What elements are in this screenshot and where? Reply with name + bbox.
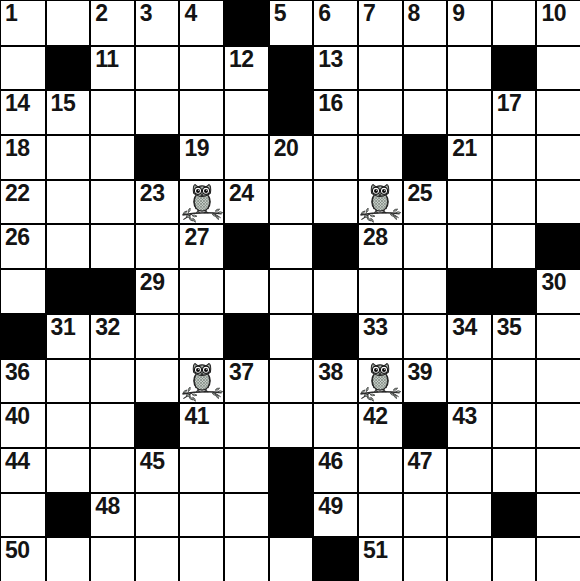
cell-r1c0[interactable] [0, 45, 45, 90]
clue-number: 44 [5, 449, 30, 474]
clue-number: 41 [184, 404, 209, 429]
block-r3c3 [134, 134, 179, 179]
cell-r12c11[interactable] [491, 536, 536, 581]
block-r0c5 [223, 0, 268, 45]
owl-on-branch-icon [181, 181, 223, 223]
cell-r4c6[interactable] [268, 179, 313, 224]
clue-number: 33 [363, 315, 388, 340]
clue-number: 21 [452, 136, 477, 161]
cell-r10c5[interactable] [223, 447, 268, 492]
cell-r7c10[interactable]: 34 [446, 313, 491, 358]
cell-r0c12[interactable]: 10 [535, 0, 580, 45]
cell-r4c2[interactable] [89, 179, 134, 224]
cell-r12c12[interactable] [535, 536, 580, 581]
clue-number: 26 [5, 225, 30, 250]
owl-cell-r8c8 [357, 358, 402, 403]
cell-r2c4[interactable] [178, 89, 223, 134]
cell-r9c10[interactable]: 43 [446, 402, 491, 447]
block-r7c0 [0, 313, 45, 358]
block-r11c11 [491, 492, 536, 537]
clue-number: 42 [363, 404, 388, 429]
cell-r2c2[interactable] [89, 89, 134, 134]
block-r11c6 [268, 492, 313, 537]
clue-number: 39 [408, 360, 433, 385]
owl-cell-r8c4 [178, 358, 223, 403]
cell-r9c0[interactable]: 40 [0, 402, 45, 447]
clue-number: 9 [452, 1, 464, 26]
cell-r3c2[interactable] [89, 134, 134, 179]
cell-r5c1[interactable] [45, 223, 90, 268]
cell-r2c11[interactable]: 17 [491, 89, 536, 134]
clue-number: 46 [318, 449, 343, 474]
clue-number: 32 [95, 315, 120, 340]
cell-r8c1[interactable] [45, 358, 90, 403]
cell-r7c8[interactable]: 33 [357, 313, 402, 358]
cell-r8c0[interactable]: 36 [0, 358, 45, 403]
cell-r8c7[interactable]: 38 [312, 358, 357, 403]
cell-r0c6[interactable]: 5 [268, 0, 313, 45]
cell-r9c11[interactable] [491, 402, 536, 447]
cell-r5c8[interactable]: 28 [357, 223, 402, 268]
cell-r8c6[interactable] [268, 358, 313, 403]
cell-r12c5[interactable] [223, 536, 268, 581]
cell-r7c12[interactable] [535, 313, 580, 358]
owl-cell-r4c4 [178, 179, 223, 224]
cell-r10c11[interactable] [491, 447, 536, 492]
cell-r6c0[interactable] [0, 268, 45, 313]
cell-r1c8[interactable] [357, 45, 402, 90]
cell-r2c0[interactable]: 14 [0, 89, 45, 134]
clue-number: 22 [5, 181, 30, 206]
clue-number: 7 [363, 1, 375, 26]
cell-r3c4[interactable]: 19 [178, 134, 223, 179]
cell-r1c4[interactable] [178, 45, 223, 90]
clue-number: 34 [452, 315, 477, 340]
clue-number: 14 [5, 91, 30, 116]
cell-r1c12[interactable] [535, 45, 580, 90]
cell-r6c3[interactable]: 29 [134, 268, 179, 313]
cell-r3c1[interactable] [45, 134, 90, 179]
cell-r0c4[interactable]: 4 [178, 0, 223, 45]
cell-r5c0[interactable]: 26 [0, 223, 45, 268]
clue-number: 31 [51, 315, 76, 340]
clue-number: 24 [229, 181, 254, 206]
clue-number: 36 [5, 360, 30, 385]
clue-number: 45 [140, 449, 165, 474]
block-r6c10 [446, 268, 491, 313]
cell-r4c7[interactable] [312, 179, 357, 224]
cell-r3c11[interactable] [491, 134, 536, 179]
crossword-grid: 1234567891011121314151617181920212223242… [0, 0, 580, 581]
cell-r11c12[interactable] [535, 492, 580, 537]
clue-number: 50 [5, 538, 30, 563]
clue-number: 10 [541, 1, 566, 26]
cell-r8c10[interactable] [446, 358, 491, 403]
clue-number: 25 [408, 181, 433, 206]
cell-r4c10[interactable] [446, 179, 491, 224]
cell-r2c8[interactable] [357, 89, 402, 134]
clue-number: 6 [318, 1, 330, 26]
clue-number: 38 [318, 360, 343, 385]
cell-r6c6[interactable] [268, 268, 313, 313]
cell-r8c3[interactable] [134, 358, 179, 403]
cell-r9c5[interactable] [223, 402, 268, 447]
clue-number: 23 [140, 181, 165, 206]
cell-r12c8[interactable]: 51 [357, 536, 402, 581]
owl-on-branch-icon [359, 360, 401, 402]
owl-on-branch-icon [359, 181, 401, 223]
clue-number: 30 [541, 270, 566, 295]
block-r6c2 [89, 268, 134, 313]
clue-number: 20 [274, 136, 299, 161]
block-r5c5 [223, 223, 268, 268]
cell-r0c0[interactable]: 1 [0, 0, 45, 45]
clue-number: 37 [229, 360, 254, 385]
cell-r7c9[interactable] [402, 313, 447, 358]
cell-r10c3[interactable]: 45 [134, 447, 179, 492]
cell-r7c3[interactable] [134, 313, 179, 358]
clue-number: 3 [140, 1, 152, 26]
cell-r1c2[interactable]: 11 [89, 45, 134, 90]
cell-r6c5[interactable] [223, 268, 268, 313]
clue-number: 18 [5, 136, 30, 161]
cell-r2c5[interactable] [223, 89, 268, 134]
block-r6c11 [491, 268, 536, 313]
cell-r12c6[interactable] [268, 536, 313, 581]
cell-r2c7[interactable]: 16 [312, 89, 357, 134]
clue-number: 48 [95, 494, 120, 519]
cell-r3c5[interactable] [223, 134, 268, 179]
cell-r12c1[interactable] [45, 536, 90, 581]
block-r9c3 [134, 402, 179, 447]
clue-number: 35 [497, 315, 522, 340]
cell-r9c1[interactable] [45, 402, 90, 447]
cell-r9c8[interactable]: 42 [357, 402, 402, 447]
block-r7c7 [312, 313, 357, 358]
clue-number: 49 [318, 494, 343, 519]
clue-number: 16 [318, 91, 343, 116]
cell-r11c2[interactable]: 48 [89, 492, 134, 537]
block-r5c7 [312, 223, 357, 268]
cell-r12c9[interactable] [402, 536, 447, 581]
cell-r3c0[interactable]: 18 [0, 134, 45, 179]
cell-r5c11[interactable] [491, 223, 536, 268]
cell-r0c1[interactable] [45, 0, 90, 45]
cell-r6c9[interactable] [402, 268, 447, 313]
cell-r10c10[interactable] [446, 447, 491, 492]
cell-r7c6[interactable] [268, 313, 313, 358]
cell-r10c8[interactable] [357, 447, 402, 492]
cell-r3c6[interactable]: 20 [268, 134, 313, 179]
cell-r11c8[interactable] [357, 492, 402, 537]
cell-r6c8[interactable] [357, 268, 402, 313]
cell-r1c5[interactable]: 12 [223, 45, 268, 90]
cell-r11c4[interactable] [178, 492, 223, 537]
block-r7c5 [223, 313, 268, 358]
clue-number: 5 [274, 1, 286, 26]
block-r1c11 [491, 45, 536, 90]
cell-r8c5[interactable]: 37 [223, 358, 268, 403]
clue-number: 51 [363, 538, 388, 563]
cell-r7c4[interactable] [178, 313, 223, 358]
cell-r8c9[interactable]: 39 [402, 358, 447, 403]
cell-r1c10[interactable] [446, 45, 491, 90]
cell-r11c0[interactable] [0, 492, 45, 537]
cell-r8c11[interactable] [491, 358, 536, 403]
cell-r5c2[interactable] [89, 223, 134, 268]
cell-r4c3[interactable]: 23 [134, 179, 179, 224]
block-r5c12 [535, 223, 580, 268]
cell-r5c3[interactable] [134, 223, 179, 268]
cell-r5c6[interactable] [268, 223, 313, 268]
block-r1c1 [45, 45, 90, 90]
cell-r9c6[interactable] [268, 402, 313, 447]
cell-r0c8[interactable]: 7 [357, 0, 402, 45]
cell-r4c11[interactable] [491, 179, 536, 224]
cell-r11c9[interactable] [402, 492, 447, 537]
cell-r6c7[interactable] [312, 268, 357, 313]
block-r3c9 [402, 134, 447, 179]
block-r10c6 [268, 447, 313, 492]
cell-r10c0[interactable]: 44 [0, 447, 45, 492]
cell-r12c10[interactable] [446, 536, 491, 581]
cell-r1c9[interactable] [402, 45, 447, 90]
clue-number: 8 [408, 1, 420, 26]
clue-number: 12 [229, 47, 254, 72]
cell-r0c2[interactable]: 2 [89, 0, 134, 45]
cell-r12c3[interactable] [134, 536, 179, 581]
clue-number: 27 [184, 225, 209, 250]
cell-r5c10[interactable] [446, 223, 491, 268]
cell-r7c2[interactable]: 32 [89, 313, 134, 358]
clue-number: 4 [184, 1, 196, 26]
cell-r4c12[interactable] [535, 179, 580, 224]
cell-r3c12[interactable] [535, 134, 580, 179]
cell-r12c0[interactable]: 50 [0, 536, 45, 581]
clue-number: 15 [51, 91, 76, 116]
cell-r2c10[interactable] [446, 89, 491, 134]
owl-cell-r4c8 [357, 179, 402, 224]
block-r12c7 [312, 536, 357, 581]
clue-number: 47 [408, 449, 433, 474]
cell-r10c12[interactable] [535, 447, 580, 492]
cell-r11c3[interactable] [134, 492, 179, 537]
cell-r8c12[interactable] [535, 358, 580, 403]
cell-r5c9[interactable] [402, 223, 447, 268]
cell-r7c1[interactable]: 31 [45, 313, 90, 358]
cell-r0c7[interactable]: 6 [312, 0, 357, 45]
cell-r0c11[interactable] [491, 0, 536, 45]
cell-r9c2[interactable] [89, 402, 134, 447]
cell-r3c10[interactable]: 21 [446, 134, 491, 179]
cell-r9c4[interactable]: 41 [178, 402, 223, 447]
cell-r10c2[interactable] [89, 447, 134, 492]
cell-r7c11[interactable]: 35 [491, 313, 536, 358]
clue-number: 43 [452, 404, 477, 429]
cell-r6c4[interactable] [178, 268, 223, 313]
cell-r8c2[interactable] [89, 358, 134, 403]
cell-r11c5[interactable] [223, 492, 268, 537]
block-r11c1 [45, 492, 90, 537]
owl-on-branch-icon [181, 360, 223, 402]
cell-r9c7[interactable] [312, 402, 357, 447]
block-r2c6 [268, 89, 313, 134]
cell-r10c1[interactable] [45, 447, 90, 492]
cell-r11c7[interactable]: 49 [312, 492, 357, 537]
clue-number: 11 [95, 47, 118, 72]
cell-r4c1[interactable] [45, 179, 90, 224]
cell-r2c9[interactable] [402, 89, 447, 134]
cell-r4c5[interactable]: 24 [223, 179, 268, 224]
block-r9c9 [402, 402, 447, 447]
cell-r5c4[interactable]: 27 [178, 223, 223, 268]
cell-r4c0[interactable]: 22 [0, 179, 45, 224]
clue-number: 29 [140, 270, 165, 295]
cell-r4c9[interactable]: 25 [402, 179, 447, 224]
cell-r0c3[interactable]: 3 [134, 0, 179, 45]
cell-r2c1[interactable]: 15 [45, 89, 90, 134]
block-r6c1 [45, 268, 90, 313]
clue-number: 40 [5, 404, 30, 429]
cell-r10c9[interactable]: 47 [402, 447, 447, 492]
cell-r0c9[interactable]: 8 [402, 0, 447, 45]
cell-r6c12[interactable]: 30 [535, 268, 580, 313]
cell-r11c10[interactable] [446, 492, 491, 537]
block-r1c6 [268, 45, 313, 90]
clue-number: 13 [318, 47, 343, 72]
clue-number: 28 [363, 225, 388, 250]
clue-number: 2 [95, 1, 107, 26]
cell-r9c12[interactable] [535, 402, 580, 447]
cell-r10c7[interactable]: 46 [312, 447, 357, 492]
cell-r1c3[interactable] [134, 45, 179, 90]
clue-number: 1 [5, 1, 17, 26]
cell-r10c4[interactable] [178, 447, 223, 492]
cell-r3c7[interactable] [312, 134, 357, 179]
cell-r2c3[interactable] [134, 89, 179, 134]
cell-r1c7[interactable]: 13 [312, 45, 357, 90]
cell-r2c12[interactable] [535, 89, 580, 134]
cell-r12c4[interactable] [178, 536, 223, 581]
clue-number: 17 [497, 91, 522, 116]
cell-r0c10[interactable]: 9 [446, 0, 491, 45]
clue-number: 19 [184, 136, 209, 161]
cell-r3c8[interactable] [357, 134, 402, 179]
cell-r12c2[interactable] [89, 536, 134, 581]
